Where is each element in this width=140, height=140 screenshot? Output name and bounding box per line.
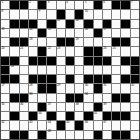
white-cell[interactable]: 2 xyxy=(29,1,37,9)
clue-number: 44 xyxy=(48,121,51,124)
white-cell[interactable]: 43 xyxy=(29,121,37,129)
black-cell xyxy=(10,20,18,28)
black-cell xyxy=(29,57,37,65)
white-cell[interactable] xyxy=(131,10,139,18)
white-cell[interactable] xyxy=(66,10,74,18)
clue-number: 12 xyxy=(76,19,79,22)
white-cell[interactable] xyxy=(112,75,120,83)
black-cell xyxy=(121,38,129,46)
white-cell[interactable]: 35 xyxy=(1,103,9,111)
white-cell[interactable]: 22 xyxy=(47,47,55,55)
white-cell[interactable] xyxy=(66,29,74,37)
clue-number: 3 xyxy=(48,1,49,4)
clue-number: 7 xyxy=(131,1,132,4)
white-cell[interactable] xyxy=(94,94,102,102)
clue-number: 38 xyxy=(76,103,79,106)
black-cell xyxy=(57,121,65,129)
crossword-grid: 1234567891011121314151617181920212223242… xyxy=(0,0,140,140)
white-cell[interactable] xyxy=(1,131,9,139)
white-cell[interactable] xyxy=(66,47,74,55)
clue-number: 45 xyxy=(66,121,69,124)
black-cell xyxy=(131,57,139,65)
white-cell[interactable] xyxy=(94,10,102,18)
white-cell[interactable]: 38 xyxy=(75,103,83,111)
white-cell[interactable] xyxy=(57,29,65,37)
white-cell[interactable]: 25 xyxy=(112,47,120,55)
white-cell[interactable] xyxy=(112,10,120,18)
white-cell[interactable]: 18 xyxy=(29,38,37,46)
white-cell[interactable] xyxy=(75,66,83,74)
clue-number: 25 xyxy=(113,47,116,50)
white-cell[interactable]: 36 xyxy=(20,103,28,111)
clue-number: 37 xyxy=(48,103,51,106)
white-cell[interactable] xyxy=(112,20,120,28)
white-cell[interactable]: 26 xyxy=(10,66,18,74)
white-cell[interactable] xyxy=(94,20,102,28)
white-cell[interactable] xyxy=(1,94,9,102)
white-cell[interactable]: 16 xyxy=(84,29,92,37)
black-cell xyxy=(20,20,28,28)
black-cell xyxy=(20,1,28,9)
white-cell[interactable] xyxy=(103,10,111,18)
white-cell[interactable] xyxy=(103,66,111,74)
clue-number: 6 xyxy=(103,1,104,4)
white-cell[interactable] xyxy=(84,38,92,46)
clue-number: 14 xyxy=(29,28,32,31)
white-cell[interactable]: 45 xyxy=(66,121,74,129)
black-cell xyxy=(38,57,46,65)
white-cell[interactable]: 41 xyxy=(94,112,102,120)
black-cell xyxy=(66,57,74,65)
white-cell[interactable] xyxy=(20,66,28,74)
white-cell[interactable] xyxy=(57,112,65,120)
black-cell xyxy=(1,57,9,65)
crossword-puzzle: 1234567891011121314151617181920212223242… xyxy=(0,0,140,140)
white-cell[interactable]: 37 xyxy=(47,103,55,111)
clue-number: 17 xyxy=(103,28,106,31)
white-cell[interactable]: 27 xyxy=(1,84,9,92)
white-cell[interactable]: 15 xyxy=(47,29,55,37)
black-cell xyxy=(10,75,18,83)
clue-number: 13 xyxy=(1,28,4,31)
white-cell[interactable] xyxy=(47,94,55,102)
white-cell[interactable] xyxy=(47,66,55,74)
black-cell xyxy=(103,57,111,65)
white-cell[interactable]: 17 xyxy=(103,29,111,37)
black-cell xyxy=(66,20,74,28)
clue-number: 26 xyxy=(11,65,14,68)
white-cell[interactable] xyxy=(20,84,28,92)
black-cell xyxy=(66,94,74,102)
black-cell xyxy=(94,131,102,139)
white-cell[interactable]: 40 xyxy=(38,112,46,120)
white-cell[interactable] xyxy=(112,103,120,111)
clue-number: 8 xyxy=(1,10,2,13)
white-cell[interactable] xyxy=(20,75,28,83)
black-cell xyxy=(94,29,102,37)
white-cell[interactable] xyxy=(29,10,37,18)
white-cell[interactable] xyxy=(10,84,18,92)
white-cell[interactable]: 4 xyxy=(66,1,74,9)
black-cell xyxy=(112,94,120,102)
white-cell[interactable]: 10 xyxy=(84,10,92,18)
clue-number: 43 xyxy=(29,121,32,124)
white-cell[interactable] xyxy=(66,84,74,92)
black-cell xyxy=(94,103,102,111)
black-cell xyxy=(10,131,18,139)
black-cell xyxy=(20,94,28,102)
white-cell[interactable] xyxy=(131,20,139,28)
clue-number: 4 xyxy=(66,1,67,4)
clue-number: 34 xyxy=(85,93,88,96)
clue-number: 33 xyxy=(29,93,32,96)
white-cell[interactable] xyxy=(57,131,65,139)
white-cell[interactable] xyxy=(103,131,111,139)
clue-number: 48 xyxy=(48,130,51,133)
white-cell[interactable] xyxy=(94,66,102,74)
white-cell[interactable]: 3 xyxy=(47,1,55,9)
clue-number: 22 xyxy=(48,47,51,50)
white-cell[interactable] xyxy=(121,10,129,18)
clue-number: 11 xyxy=(57,19,60,22)
clue-number: 16 xyxy=(85,28,88,31)
white-cell[interactable] xyxy=(131,94,139,102)
black-cell xyxy=(112,131,120,139)
clue-number: 9 xyxy=(38,10,39,13)
white-cell[interactable] xyxy=(10,103,18,111)
white-cell[interactable] xyxy=(131,121,139,129)
white-cell[interactable] xyxy=(75,1,83,9)
white-cell[interactable] xyxy=(75,84,83,92)
white-cell[interactable]: 42 xyxy=(1,121,9,129)
white-cell[interactable] xyxy=(29,47,37,55)
clue-number: 46 xyxy=(85,121,88,124)
black-cell xyxy=(121,94,129,102)
white-cell[interactable] xyxy=(38,20,46,28)
white-cell[interactable] xyxy=(112,84,120,92)
white-cell[interactable] xyxy=(112,29,120,37)
white-cell[interactable] xyxy=(10,10,18,18)
white-cell[interactable] xyxy=(131,131,139,139)
white-cell[interactable] xyxy=(20,29,28,37)
white-cell[interactable] xyxy=(75,112,83,120)
white-cell[interactable]: 32 xyxy=(131,84,139,92)
white-cell[interactable] xyxy=(121,66,129,74)
white-cell[interactable] xyxy=(20,57,28,65)
clue-number: 5 xyxy=(85,1,86,4)
clue-number: 21 xyxy=(20,47,23,50)
black-cell xyxy=(47,75,55,83)
white-cell[interactable] xyxy=(75,131,83,139)
black-cell xyxy=(121,20,129,28)
black-cell xyxy=(121,131,129,139)
black-cell xyxy=(47,57,55,65)
black-cell xyxy=(20,131,28,139)
white-cell[interactable] xyxy=(20,112,28,120)
white-cell[interactable] xyxy=(94,38,102,46)
clue-number: 32 xyxy=(131,84,134,87)
clue-number: 42 xyxy=(1,121,4,124)
black-cell xyxy=(10,1,18,9)
white-cell[interactable] xyxy=(75,75,83,83)
black-cell xyxy=(66,75,74,83)
white-cell[interactable] xyxy=(57,66,65,74)
white-cell[interactable] xyxy=(57,57,65,65)
black-cell xyxy=(47,84,55,92)
white-cell[interactable] xyxy=(10,47,18,55)
white-cell[interactable]: 31 xyxy=(103,84,111,92)
black-cell xyxy=(10,38,18,46)
white-cell[interactable]: 46 xyxy=(84,121,92,129)
white-cell[interactable] xyxy=(29,66,37,74)
black-cell xyxy=(1,66,9,74)
black-cell xyxy=(84,57,92,65)
white-cell[interactable] xyxy=(112,66,120,74)
white-cell[interactable] xyxy=(66,131,74,139)
black-cell xyxy=(38,84,46,92)
white-cell[interactable] xyxy=(75,57,83,65)
clue-number: 24 xyxy=(103,47,106,50)
black-cell xyxy=(75,121,83,129)
black-cell xyxy=(38,47,46,55)
white-cell[interactable]: 23 xyxy=(57,47,65,55)
white-cell[interactable] xyxy=(10,121,18,129)
white-cell[interactable] xyxy=(57,1,65,9)
black-cell xyxy=(94,47,102,55)
black-cell xyxy=(10,94,18,102)
clue-number: 29 xyxy=(57,84,60,87)
white-cell[interactable] xyxy=(121,84,129,92)
white-cell[interactable]: 47 xyxy=(103,121,111,129)
clue-number: 28 xyxy=(29,84,32,87)
black-cell xyxy=(94,84,102,92)
white-cell[interactable] xyxy=(84,66,92,74)
clue-number: 18 xyxy=(29,38,32,41)
white-cell[interactable] xyxy=(75,29,83,37)
white-cell[interactable]: 34 xyxy=(84,94,92,102)
black-cell xyxy=(121,112,129,120)
white-cell[interactable] xyxy=(84,103,92,111)
white-cell[interactable] xyxy=(84,131,92,139)
clue-number: 19 xyxy=(76,38,79,41)
white-cell[interactable] xyxy=(121,47,129,55)
white-cell[interactable] xyxy=(131,112,139,120)
white-cell[interactable] xyxy=(20,121,28,129)
white-cell[interactable] xyxy=(38,66,46,74)
white-cell[interactable] xyxy=(20,10,28,18)
black-cell xyxy=(38,75,46,83)
white-cell[interactable] xyxy=(29,131,37,139)
black-cell xyxy=(38,131,46,139)
white-cell[interactable]: 20 xyxy=(1,47,9,55)
white-cell[interactable] xyxy=(75,47,83,55)
clue-number: 41 xyxy=(94,112,97,115)
black-cell xyxy=(75,94,83,102)
black-cell xyxy=(112,1,120,9)
white-cell[interactable] xyxy=(57,103,65,111)
white-cell[interactable] xyxy=(103,94,111,102)
clue-number: 1 xyxy=(1,1,2,4)
white-cell[interactable] xyxy=(121,121,129,129)
white-cell[interactable] xyxy=(10,29,18,37)
clue-number: 10 xyxy=(85,10,88,13)
black-cell xyxy=(112,112,120,120)
white-cell[interactable] xyxy=(94,121,102,129)
white-cell[interactable] xyxy=(131,29,139,37)
black-cell xyxy=(121,75,129,83)
clue-number: 2 xyxy=(29,1,30,4)
white-cell[interactable] xyxy=(131,38,139,46)
white-cell[interactable] xyxy=(131,103,139,111)
white-cell[interactable] xyxy=(66,66,74,74)
white-cell[interactable] xyxy=(38,121,46,129)
white-cell[interactable]: 6 xyxy=(103,1,111,9)
black-cell xyxy=(84,47,92,55)
white-cell[interactable] xyxy=(131,47,139,55)
clue-number: 20 xyxy=(1,47,4,50)
black-cell xyxy=(38,29,46,37)
white-cell[interactable] xyxy=(57,94,65,102)
black-cell xyxy=(94,1,102,9)
black-cell xyxy=(121,1,129,9)
clue-number: 15 xyxy=(48,28,51,31)
white-cell[interactable]: 8 xyxy=(1,10,9,18)
black-cell xyxy=(10,112,18,120)
white-cell[interactable]: 11 xyxy=(57,20,65,28)
white-cell[interactable]: 24 xyxy=(103,47,111,55)
clue-number: 39 xyxy=(103,103,106,106)
clue-number: 40 xyxy=(38,112,41,115)
white-cell[interactable]: 33 xyxy=(29,94,37,102)
white-cell[interactable] xyxy=(29,103,37,111)
black-cell xyxy=(94,75,102,83)
clue-number: 35 xyxy=(1,103,4,106)
clue-number: 36 xyxy=(20,103,23,106)
white-cell[interactable]: 12 xyxy=(75,20,83,28)
white-cell[interactable]: 13 xyxy=(1,29,9,37)
white-cell[interactable] xyxy=(66,103,74,111)
white-cell[interactable]: 29 xyxy=(57,84,65,92)
black-cell xyxy=(38,103,46,111)
white-cell[interactable]: 19 xyxy=(75,38,83,46)
black-cell xyxy=(131,66,139,74)
white-cell[interactable] xyxy=(112,121,120,129)
clue-number: 31 xyxy=(103,84,106,87)
white-cell[interactable]: 48 xyxy=(47,131,55,139)
white-cell[interactable] xyxy=(121,29,129,37)
white-cell[interactable] xyxy=(38,94,46,102)
white-cell[interactable] xyxy=(47,10,55,18)
white-cell[interactable]: 7 xyxy=(131,1,139,9)
white-cell[interactable]: 21 xyxy=(20,47,28,55)
clue-number: 30 xyxy=(85,84,88,87)
white-cell[interactable] xyxy=(38,38,46,46)
white-cell[interactable]: 14 xyxy=(29,29,37,37)
black-cell xyxy=(94,57,102,65)
clue-number: 47 xyxy=(103,121,106,124)
black-cell xyxy=(66,38,74,46)
white-cell[interactable] xyxy=(112,57,120,65)
white-cell[interactable] xyxy=(121,103,129,111)
white-cell[interactable]: 9 xyxy=(38,10,46,18)
clue-number: 27 xyxy=(1,84,4,87)
black-cell xyxy=(121,57,129,65)
clue-number: 23 xyxy=(57,47,60,50)
white-cell[interactable]: 39 xyxy=(103,103,111,111)
